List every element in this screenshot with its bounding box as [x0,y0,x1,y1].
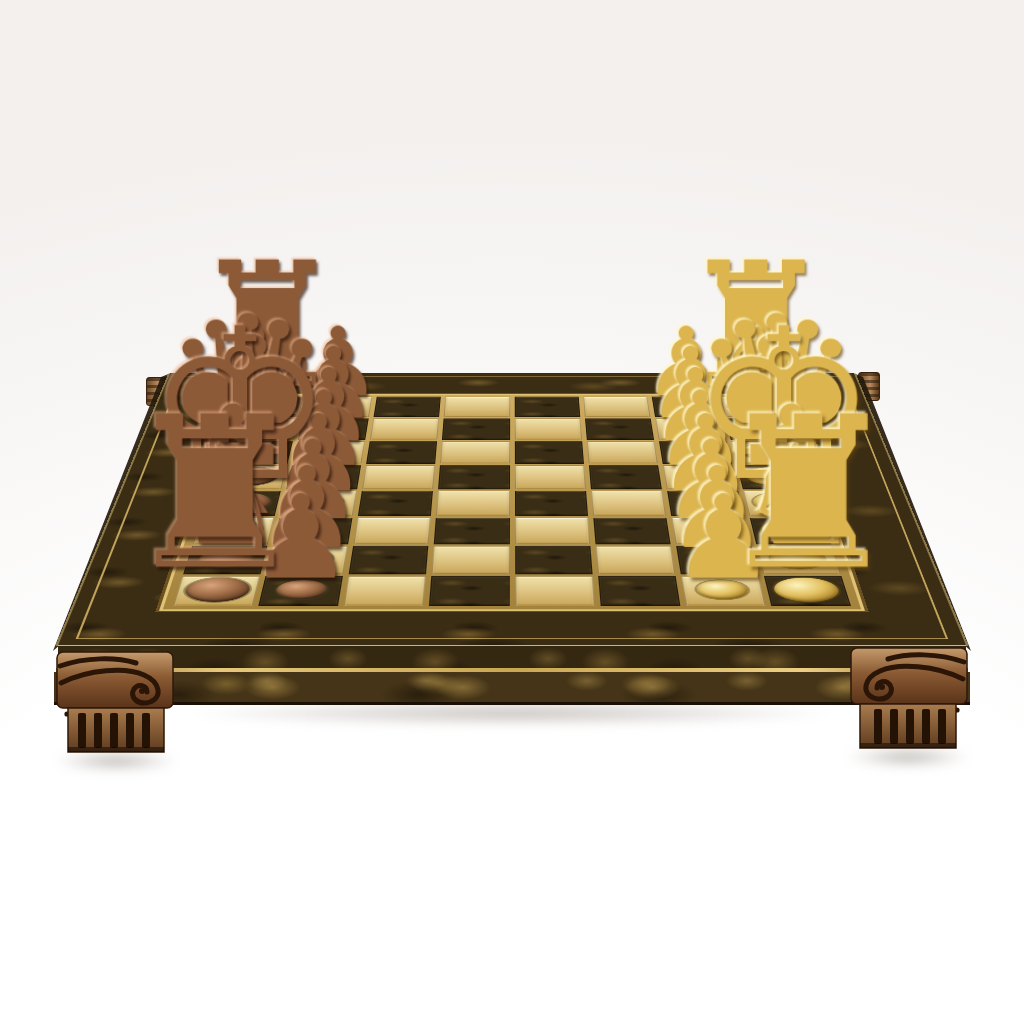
white-rook-icon: ♜ [675,389,943,599]
square-r1c3 [442,419,509,440]
board-frame: ♜♟♟♜♞♟♟♞♝♟♟♝♛♟♟♛♚♟♟♚♝♟♟♝♞♟♟♞♜♟♟♜ [58,373,966,645]
square-r5c3 [434,518,509,544]
board-3d-stage: ♜♟♟♜♞♟♟♞♝♟♟♝♛♟♟♛♚♟♟♚♝♟♟♝♞♟♟♞♜♟♟♜ [0,0,1024,1024]
square-r2c4 [514,441,583,463]
square-r5c4 [515,518,590,544]
product-photo-scene: ♜♟♟♜♞♟♟♞♝♟♟♝♛♟♟♛♚♟♟♚♝♟♟♝♞♟♟♞♜♟♟♜ [0,0,1024,1024]
square-r2c3 [440,441,509,463]
square-r7c4 [515,576,595,606]
chess-board: ♜♟♟♜♞♟♟♞♝♟♟♝♛♟♟♛♚♟♟♚♝♟♟♝♞♟♟♞♜♟♟♜ [163,395,861,610]
square-r3c3 [438,465,509,489]
piece-white-rook: ♜ [765,577,850,606]
square-r7c0: ♜ [173,576,260,606]
square-r0c4 [514,397,580,417]
square-r4c3 [436,491,509,516]
black-rook-icon: ♜ [81,389,349,599]
square-r4c4 [515,491,588,516]
square-r3c4 [514,465,585,489]
board-plane: ♜♟♟♜♞♟♟♞♝♟♟♝♛♟♟♛♚♟♟♚♝♟♟♝♞♟♟♞♜♟♟♜ [58,373,966,645]
square-r6c4 [515,546,593,574]
piece-black-rook: ♜ [174,577,259,606]
square-r7c3 [429,576,509,606]
square-r1c4 [514,419,581,440]
square-r0c3 [444,397,510,417]
square-r6c3 [432,546,510,574]
square-r7c7: ♜ [764,576,851,606]
